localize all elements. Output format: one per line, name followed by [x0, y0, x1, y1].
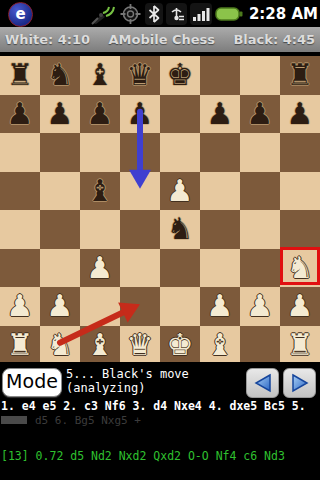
- piece-black-rook: ♜: [287, 56, 314, 94]
- arrow-left-icon: [251, 372, 275, 394]
- square-e6[interactable]: [160, 133, 200, 172]
- square-e3[interactable]: [160, 249, 200, 288]
- piece-black-bishop: ♝: [87, 56, 114, 94]
- square-g7[interactable]: ♟: [240, 95, 280, 134]
- piece-black-pawn: ♟: [47, 95, 74, 133]
- square-b2[interactable]: ♟: [40, 287, 80, 326]
- piece-white-pawn: ♟: [247, 287, 274, 325]
- arrow-right-icon: [288, 372, 312, 394]
- square-f3[interactable]: [200, 249, 240, 288]
- piece-white-pawn: ♟: [7, 287, 34, 325]
- square-d1[interactable]: ♛: [120, 326, 160, 365]
- prev-move-button[interactable]: [246, 368, 279, 398]
- piece-white-king: ♚: [167, 326, 194, 364]
- square-g2[interactable]: ♟: [240, 287, 280, 326]
- square-h2[interactable]: ♟: [280, 287, 320, 326]
- square-c5[interactable]: ♝: [80, 172, 120, 211]
- black-clock: Black: 4:45: [233, 32, 315, 47]
- square-a2[interactable]: ♟: [0, 287, 40, 326]
- android-status-bar: e: [0, 0, 320, 27]
- square-a4[interactable]: [0, 210, 40, 249]
- clock-time: 2:28 AM: [249, 5, 318, 23]
- white-clock: White: 4:10: [5, 32, 90, 47]
- square-d5[interactable]: [120, 172, 160, 211]
- battery-icon: [215, 3, 243, 25]
- square-g4[interactable]: [240, 210, 280, 249]
- square-g8[interactable]: [240, 56, 280, 95]
- square-d4[interactable]: [120, 210, 160, 249]
- square-e7[interactable]: [160, 95, 200, 134]
- square-f8[interactable]: [200, 56, 240, 95]
- square-f2[interactable]: ♟: [200, 287, 240, 326]
- piece-white-pawn: ♟: [207, 287, 234, 325]
- chess-board[interactable]: ♜♞♝♛♚♜♟♟♟♟♟♟♟♝♟♞♟♞♟♟♟♟♟♜♞♝♛♚♝♜: [0, 54, 320, 364]
- piece-black-pawn: ♟: [127, 95, 154, 133]
- piece-white-pawn: ♟: [167, 172, 194, 210]
- crosshair-icon: [119, 3, 142, 25]
- piece-black-pawn: ♟: [287, 95, 314, 133]
- move-list: 1. e4 e5 2. c3 Nf6 3. d4 Nxe4 4. dxe5 Bc…: [1, 399, 320, 413]
- wifi-icon: [166, 3, 187, 25]
- square-e8[interactable]: ♚: [160, 56, 200, 95]
- piece-white-pawn: ♟: [287, 287, 314, 325]
- piece-white-bishop: ♝: [87, 326, 114, 364]
- bottom-panel: Mode 5... Black's move (analyzing) 1. e4…: [0, 362, 320, 480]
- square-b6[interactable]: [40, 133, 80, 172]
- square-a7[interactable]: ♟: [0, 95, 40, 134]
- piece-white-pawn: ♟: [47, 287, 74, 325]
- square-h8[interactable]: ♜: [280, 56, 320, 95]
- square-f5[interactable]: [200, 172, 240, 211]
- game-status-text: 5... Black's move (analyzing): [66, 367, 189, 395]
- square-d7[interactable]: ♟: [120, 95, 160, 134]
- piece-white-queen: ♛: [127, 326, 154, 364]
- engine-pv-line: [13] 0.72 d5 Nd2 Nxd2 Qxd2 O-O Nf4 c6 Nd…: [1, 450, 292, 463]
- square-a8[interactable]: ♜: [0, 56, 40, 95]
- square-d2[interactable]: [120, 287, 160, 326]
- square-c3[interactable]: ♟: [80, 249, 120, 288]
- square-c8[interactable]: ♝: [80, 56, 120, 95]
- square-h4[interactable]: [280, 210, 320, 249]
- square-b5[interactable]: [40, 172, 80, 211]
- app-title: AMobile Chess: [109, 32, 216, 47]
- square-h6[interactable]: [280, 133, 320, 172]
- square-g6[interactable]: [240, 133, 280, 172]
- square-h7[interactable]: ♟: [280, 95, 320, 134]
- piece-black-rook: ♜: [7, 56, 34, 94]
- square-c4[interactable]: [80, 210, 120, 249]
- browser-e-icon: e: [8, 2, 33, 27]
- piece-black-king: ♚: [167, 56, 194, 94]
- square-e1[interactable]: ♚: [160, 326, 200, 365]
- square-f1[interactable]: ♝: [200, 326, 240, 365]
- piece-black-pawn: ♟: [247, 95, 274, 133]
- square-c2[interactable]: [80, 287, 120, 326]
- bluetooth-icon: [145, 3, 163, 25]
- square-g3[interactable]: [240, 249, 280, 288]
- square-b3[interactable]: [40, 249, 80, 288]
- square-d8[interactable]: ♛: [120, 56, 160, 95]
- square-b8[interactable]: ♞: [40, 56, 80, 95]
- square-h3[interactable]: ♞: [280, 249, 320, 288]
- piece-black-queen: ♛: [127, 56, 154, 94]
- piece-white-bishop: ♝: [207, 326, 234, 364]
- square-a6[interactable]: [0, 133, 40, 172]
- square-d3[interactable]: [120, 249, 160, 288]
- piece-black-pawn: ♟: [87, 95, 114, 133]
- redraw-artifact: [1, 416, 27, 424]
- next-move-button[interactable]: [283, 368, 316, 398]
- square-b7[interactable]: ♟: [40, 95, 80, 134]
- app-title-bar: White: 4:10 AMobile Chess Black: 4:45: [0, 27, 320, 52]
- piece-black-pawn: ♟: [207, 95, 234, 133]
- square-g5[interactable]: [240, 172, 280, 211]
- square-b4[interactable]: [40, 210, 80, 249]
- square-f6[interactable]: [200, 133, 240, 172]
- square-a1[interactable]: ♜: [0, 326, 40, 365]
- square-c1[interactable]: ♝: [80, 326, 120, 365]
- square-h1[interactable]: ♜: [280, 326, 320, 365]
- square-g1[interactable]: [240, 326, 280, 365]
- square-c7[interactable]: ♟: [80, 95, 120, 134]
- square-d6[interactable]: [120, 133, 160, 172]
- signal-strength-icon: [190, 3, 212, 25]
- gps-satellite-icon: [90, 3, 116, 25]
- mode-button[interactable]: Mode: [2, 368, 62, 397]
- square-b1[interactable]: ♞: [40, 326, 80, 365]
- square-e4[interactable]: ♞: [160, 210, 200, 249]
- square-e5[interactable]: ♟: [160, 172, 200, 211]
- piece-black-knight: ♞: [167, 210, 194, 248]
- piece-white-knight: ♞: [47, 326, 74, 364]
- piece-white-rook: ♜: [7, 326, 34, 364]
- piece-black-bishop: ♝: [87, 172, 114, 210]
- piece-white-knight: ♞: [287, 249, 314, 287]
- square-a5[interactable]: [0, 172, 40, 211]
- piece-white-rook: ♜: [287, 326, 314, 364]
- engine-output: [13] 0.72 d5 Nd2 Nxd2 Qxd2 O-O Nf4 c6 Nd…: [1, 424, 292, 480]
- piece-black-knight: ♞: [47, 56, 74, 94]
- square-h5[interactable]: [280, 172, 320, 211]
- square-a3[interactable]: [0, 249, 40, 288]
- phone-screen: e: [0, 0, 320, 480]
- square-f4[interactable]: [200, 210, 240, 249]
- piece-black-pawn: ♟: [7, 95, 34, 133]
- square-f7[interactable]: ♟: [200, 95, 240, 134]
- piece-white-pawn: ♟: [87, 249, 114, 287]
- square-e2[interactable]: [160, 287, 200, 326]
- square-c6[interactable]: [80, 133, 120, 172]
